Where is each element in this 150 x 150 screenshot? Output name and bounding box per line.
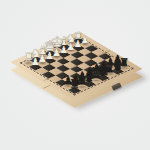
product-photo-scene: ♜♞♝♛♚♝♞♜♟♟♟♟♟♟♟♟♟♟♟♟♟♟♟♟♜♞♝♛♚♝♞♜ [0,0,150,150]
piece-white-pawn[interactable]: ♟ [27,57,43,67]
piece-black-rook[interactable]: ♜ [67,78,83,90]
